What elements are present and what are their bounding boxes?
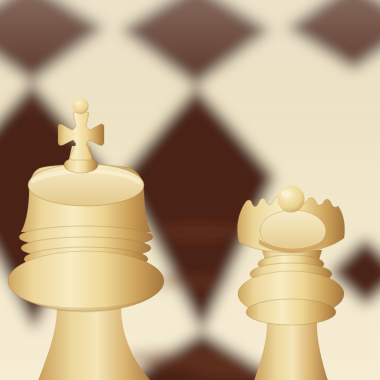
photo-stage	[0, 0, 380, 380]
queen-under-ring	[246, 299, 336, 325]
king-finial-ball	[72, 98, 88, 114]
queen-ball-highlight	[281, 191, 291, 198]
queen-finial-ball	[278, 186, 305, 213]
